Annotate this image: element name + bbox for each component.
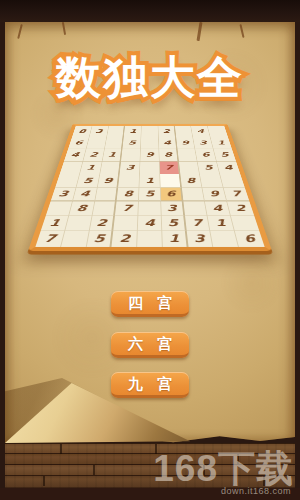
cell-r8c4[interactable]	[114, 216, 139, 231]
cell-r6c3[interactable]	[95, 187, 119, 201]
cell-r4c9[interactable]: 4	[217, 161, 240, 174]
sudoku-app-screen: 数独大全 数独大全 831246549314219865137545918348…	[0, 0, 300, 500]
cell-r3c7[interactable]	[177, 149, 198, 161]
wood-seam	[43, 476, 45, 486]
cell-r5c4[interactable]	[118, 174, 140, 187]
cell-r5c7[interactable]: 8	[180, 174, 203, 187]
cell-r2c3[interactable]	[104, 137, 124, 149]
cell-r2c7[interactable]: 9	[176, 137, 196, 149]
cell-r6c4[interactable]: 8	[117, 187, 140, 201]
button-four-grid[interactable]: 四宫	[111, 291, 189, 317]
cell-r8c9[interactable]	[231, 216, 259, 231]
cell-r7c4[interactable]: 7	[115, 201, 139, 215]
cell-r6c2[interactable]: 4	[73, 187, 98, 201]
cell-r3c2[interactable]: 2	[83, 149, 104, 161]
cell-r7c3[interactable]	[92, 201, 117, 215]
cell-r1c4[interactable]: 1	[124, 126, 142, 137]
cell-r5c9[interactable]	[220, 174, 244, 187]
cell-r1c7[interactable]	[175, 126, 194, 137]
cell-r6c7[interactable]	[182, 187, 206, 201]
cell-r3c4[interactable]	[121, 149, 141, 161]
difficulty-menu: 四宫 六宫 九宫	[0, 291, 300, 398]
cell-r7c5[interactable]	[138, 201, 161, 215]
cell-r2c5[interactable]	[141, 137, 159, 149]
cell-r3c6[interactable]: 8	[159, 149, 179, 161]
cell-r5c6[interactable]	[160, 174, 182, 187]
cell-r5c5[interactable]: 1	[139, 174, 160, 187]
cell-r4c3[interactable]	[100, 161, 122, 174]
cell-r8c2[interactable]	[65, 216, 92, 231]
page-title: 数独大全 数独大全	[0, 53, 300, 107]
cell-r8c3[interactable]: 2	[89, 216, 115, 231]
cell-r4c7[interactable]	[179, 161, 201, 174]
cell-r9c9[interactable]: 6	[235, 231, 265, 247]
cell-r3c5[interactable]: 9	[140, 149, 159, 161]
watermark-url: down.it168.com	[221, 486, 291, 496]
cell-r4c2[interactable]: 1	[80, 161, 102, 174]
cell-r1c9[interactable]	[208, 126, 228, 137]
watermark-brand: 168下载	[153, 450, 294, 487]
cell-r2c9[interactable]: 1	[211, 137, 232, 149]
cell-r1c6[interactable]: 2	[158, 126, 176, 137]
top-bar	[0, 0, 300, 22]
cell-r5c3[interactable]: 9	[97, 174, 120, 187]
cell-r1c3[interactable]	[107, 126, 126, 137]
cell-r9c2[interactable]	[61, 231, 89, 247]
cell-r8c7[interactable]: 7	[185, 216, 211, 231]
cell-r1c5[interactable]	[141, 126, 158, 137]
button-six-grid[interactable]: 六宫	[111, 332, 189, 358]
cell-r8c6[interactable]: 5	[162, 216, 187, 231]
wood-seam	[60, 444, 62, 454]
cell-r2c6[interactable]: 4	[159, 137, 178, 149]
cell-r4c5[interactable]	[140, 161, 160, 174]
cell-r5c2[interactable]: 5	[76, 174, 100, 187]
cell-r7c7[interactable]	[183, 201, 208, 215]
cell-r9c5[interactable]	[137, 231, 162, 247]
cell-r9c4[interactable]: 2	[112, 231, 138, 247]
cell-r3c9[interactable]: 5	[214, 149, 236, 161]
cell-r4c4[interactable]: 3	[120, 161, 141, 174]
cell-r9c3[interactable]: 5	[86, 231, 113, 247]
wood-seam	[93, 465, 95, 475]
cell-r9c7[interactable]: 3	[186, 231, 213, 247]
cell-r7c6[interactable]: 3	[161, 201, 185, 215]
cell-r4c6[interactable]: 7	[160, 161, 181, 174]
button-nine-grid[interactable]: 九宫	[111, 372, 189, 398]
cell-r2c4[interactable]: 5	[123, 137, 142, 149]
page-title-text: 数独大全	[0, 53, 300, 103]
cell-r6c9[interactable]: 7	[224, 187, 250, 201]
cell-r7c9[interactable]: 2	[227, 201, 254, 215]
cell-r2c2[interactable]	[86, 137, 106, 149]
cell-r9c6[interactable]: 1	[162, 231, 188, 247]
cell-r3c3[interactable]: 1	[102, 149, 123, 161]
cell-r6c5[interactable]: 5	[139, 187, 161, 201]
cell-r6c6[interactable]: 6	[161, 187, 184, 201]
cell-r7c2[interactable]: 8	[69, 201, 95, 215]
cell-r8c5[interactable]: 4	[138, 216, 162, 231]
